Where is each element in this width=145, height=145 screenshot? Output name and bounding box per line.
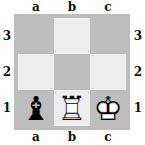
square-b2[interactable] [54, 54, 90, 90]
square-a2[interactable] [18, 54, 54, 90]
white-rook-piece: ♖ [54, 90, 90, 126]
file-label-a-top: a [18, 0, 54, 14]
white-king-piece: ♔ [90, 90, 126, 126]
rank-label-2-left: 2 [0, 54, 14, 90]
square-a1[interactable]: ♝ [18, 90, 54, 126]
square-c3[interactable] [90, 18, 126, 54]
white-rook-piece-fill: ♜ [54, 90, 90, 126]
square-a3[interactable] [18, 18, 54, 54]
chess-diagram: a b c 3 2 1 3 2 1 ♝ ♜ ♖ ♚ ♔ a b c [0, 0, 145, 145]
white-king-piece-fill: ♚ [90, 90, 126, 126]
rank-label-1-right: 1 [131, 90, 145, 126]
square-b1[interactable]: ♜ ♖ [54, 90, 90, 126]
square-c1[interactable]: ♚ ♔ [90, 90, 126, 126]
rank-label-2-right: 2 [131, 54, 145, 90]
chess-board: ♝ ♜ ♖ ♚ ♔ [14, 14, 130, 130]
file-label-b-bottom: b [54, 130, 90, 145]
square-c2[interactable] [90, 54, 126, 90]
rank-label-1-left: 1 [0, 90, 14, 126]
black-bishop-piece: ♝ [18, 90, 54, 126]
file-label-b-top: b [54, 0, 90, 14]
file-label-c-top: c [90, 0, 126, 14]
rank-label-3-left: 3 [0, 18, 14, 54]
square-b3[interactable] [54, 18, 90, 54]
file-label-c-bottom: c [90, 130, 126, 145]
file-label-a-bottom: a [18, 130, 54, 145]
rank-label-3-right: 3 [131, 18, 145, 54]
